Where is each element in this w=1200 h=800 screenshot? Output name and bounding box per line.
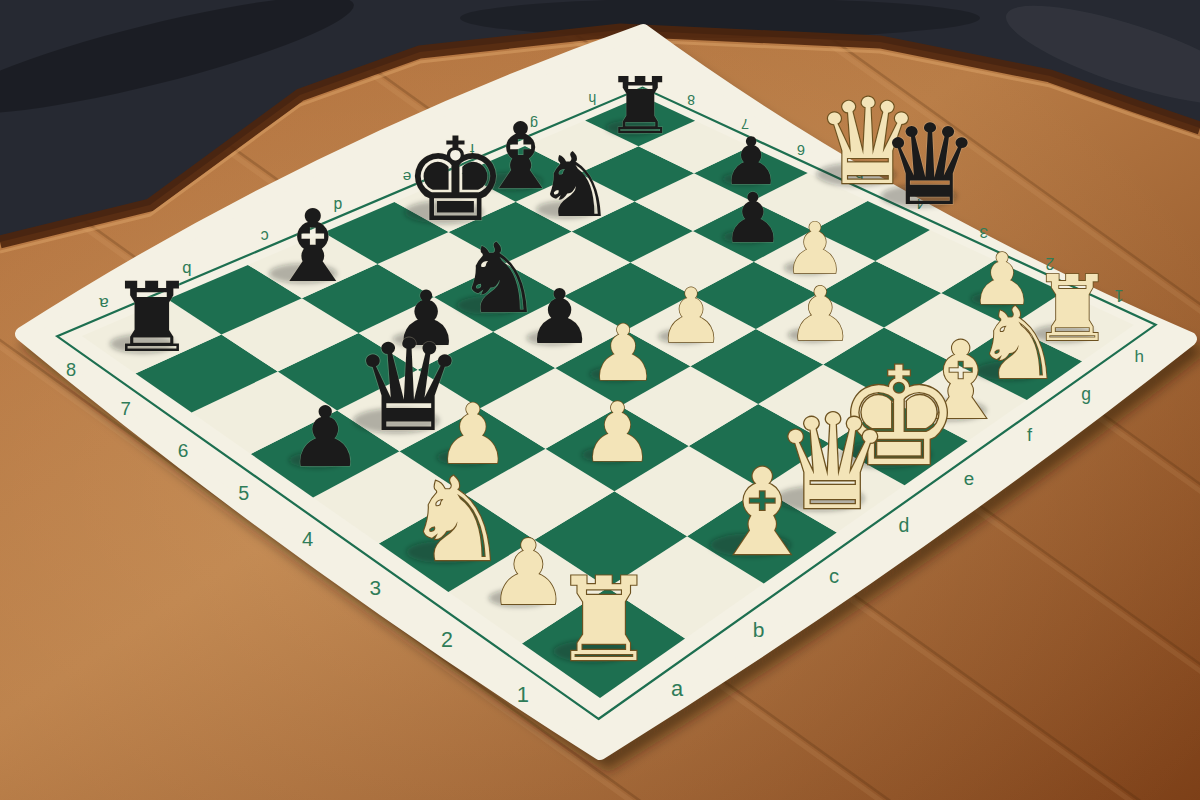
piece-black-rook-h8[interactable]: ♜	[605, 61, 675, 151]
rank-label-1-far-edge: 1	[1114, 287, 1123, 305]
piece-black-pawn-g5[interactable]: ♟	[722, 178, 784, 258]
rank-label-6-near-edge: 6	[178, 440, 189, 461]
rank-label-8-far-edge: 8	[687, 91, 695, 107]
rank-label-6-far-edge: 6	[797, 142, 805, 158]
file-label-h-far-edge: h	[588, 91, 596, 107]
file-label-c-near-edge: c	[829, 565, 839, 587]
file-label-a-far-edge: a	[99, 294, 109, 314]
rank-label-3-near-edge: 3	[370, 576, 382, 599]
file-label-d-near-edge: d	[898, 514, 909, 536]
rank-label-4-near-edge: 4	[302, 528, 313, 550]
piece-white-pawn-c3[interactable]: ♟	[581, 385, 655, 480]
piece-white-pawn-e4[interactable]: ♟	[658, 272, 725, 360]
file-label-a-near-edge: a	[671, 676, 684, 701]
piece-black-knight-f7[interactable]: ♞	[535, 133, 615, 237]
rank-label-5-near-edge: 5	[238, 482, 249, 504]
file-label-g-near-edge: g	[1081, 384, 1091, 404]
piece-black-queen-spare-off-board[interactable]: ♛	[880, 100, 980, 230]
rank-label-2-near-edge: 2	[441, 628, 453, 652]
file-label-b-near-edge: b	[753, 618, 765, 641]
photo-scene: 1122334455667788aabbccddeeffgghh ♜♛♟♝♛♞♚…	[0, 0, 1200, 800]
file-label-e-near-edge: e	[964, 468, 974, 489]
piece-black-pawn-d5[interactable]: ♟	[526, 273, 594, 361]
piece-black-pawn-a5[interactable]: ♟	[288, 388, 363, 486]
piece-white-bishop-c1[interactable]: ♝	[709, 443, 816, 582]
piece-black-bishop-c8[interactable]: ♝	[268, 188, 358, 305]
file-label-h-near-edge: h	[1134, 347, 1143, 366]
piece-black-rook-a8[interactable]: ♜	[109, 262, 195, 374]
piece-white-rook-a1[interactable]: ♜	[552, 553, 656, 687]
rank-label-8-near-edge: 8	[66, 360, 76, 380]
chessboard-photo: 1122334455667788aabbccddeeffgghh ♜♛♟♝♛♞♚…	[0, 0, 1200, 800]
rank-label-1-near-edge: 1	[517, 682, 529, 707]
rank-label-7-near-edge: 7	[120, 398, 130, 419]
